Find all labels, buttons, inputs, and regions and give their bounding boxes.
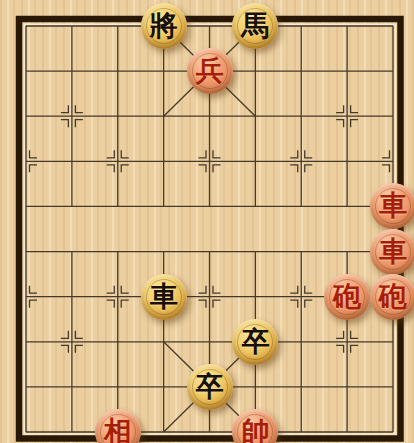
red-soldier-glyph: 兵: [196, 48, 224, 94]
black-soldier-glyph: 卒: [241, 319, 269, 365]
piece-red-chariot[interactable]: 車: [370, 229, 414, 275]
piece-black-soldier[interactable]: 卒: [232, 319, 278, 365]
piece-black-chariot[interactable]: 車: [141, 274, 187, 320]
black-horse-glyph: 馬: [241, 3, 269, 49]
black-chariot-glyph: 車: [150, 274, 178, 320]
pieces-layer: 將馬兵車車車砲砲卒卒相帥: [0, 0, 414, 443]
piece-red-chariot[interactable]: 車: [370, 183, 414, 229]
piece-red-elephant[interactable]: 相: [95, 409, 141, 443]
piece-red-soldier[interactable]: 兵: [187, 48, 233, 94]
red-cannon-glyph: 砲: [333, 274, 361, 320]
piece-red-general[interactable]: 帥: [232, 409, 278, 443]
red-general-glyph: 帥: [241, 409, 269, 443]
red-chariot-glyph: 車: [379, 229, 407, 275]
black-general-glyph: 將: [150, 3, 178, 49]
black-soldier-glyph: 卒: [196, 364, 224, 410]
piece-black-soldier[interactable]: 卒: [187, 364, 233, 410]
piece-black-horse[interactable]: 馬: [232, 3, 278, 49]
piece-black-general[interactable]: 將: [141, 3, 187, 49]
piece-red-cannon[interactable]: 砲: [370, 274, 414, 320]
piece-red-cannon[interactable]: 砲: [324, 274, 370, 320]
red-cannon-glyph: 砲: [379, 274, 407, 320]
xiangqi-board: 將馬兵車車車砲砲卒卒相帥: [0, 0, 414, 443]
red-elephant-glyph: 相: [104, 409, 132, 443]
red-chariot-glyph: 車: [379, 183, 407, 229]
